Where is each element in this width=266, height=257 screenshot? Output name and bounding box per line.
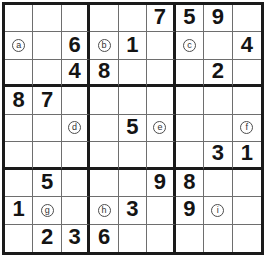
cell-r4c4[interactable] <box>90 87 118 114</box>
cell-r5c4[interactable] <box>90 115 118 142</box>
cell-r9c5[interactable] <box>119 225 147 252</box>
cell-r3c9[interactable] <box>233 60 261 87</box>
circled-letter-i: i <box>211 204 224 217</box>
cell-r5c5[interactable]: 5 <box>119 115 147 142</box>
cell-r4c8[interactable] <box>204 87 232 114</box>
cell-r3c2[interactable] <box>33 60 61 87</box>
cell-r3c7[interactable] <box>176 60 204 87</box>
given-digit: 5 <box>183 6 195 28</box>
cell-r8c5[interactable]: 3 <box>119 197 147 224</box>
cell-r6c2[interactable] <box>33 142 61 169</box>
cell-r5c6[interactable]: e <box>147 115 175 142</box>
cell-r2c7[interactable]: c <box>176 32 204 59</box>
given-digit: 5 <box>41 171 53 193</box>
cell-r3c8[interactable]: 2 <box>204 60 232 87</box>
cell-r3c1[interactable] <box>5 60 33 87</box>
given-digit: 1 <box>241 142 253 164</box>
given-digit: 2 <box>41 226 53 248</box>
circled-letter-g: g <box>41 204 54 217</box>
cell-r4c6[interactable] <box>147 87 175 114</box>
cell-r9c4[interactable]: 6 <box>90 225 118 252</box>
cell-r5c8[interactable] <box>204 115 232 142</box>
cell-r6c6[interactable] <box>147 142 175 169</box>
cell-r8c4[interactable]: h <box>90 197 118 224</box>
cell-r8c8[interactable]: i <box>204 197 232 224</box>
cell-r5c1[interactable] <box>5 115 33 142</box>
cell-r6c9[interactable]: 1 <box>233 142 261 169</box>
cell-r6c4[interactable] <box>90 142 118 169</box>
cell-r4c2[interactable]: 7 <box>33 87 61 114</box>
cell-r3c6[interactable] <box>147 60 175 87</box>
cell-r5c2[interactable] <box>33 115 61 142</box>
cell-r2c8[interactable] <box>204 32 232 59</box>
cell-r8c6[interactable] <box>147 197 175 224</box>
cell-r3c3[interactable]: 4 <box>62 60 90 87</box>
cell-r9c1[interactable] <box>5 225 33 252</box>
cell-r1c7[interactable]: 5 <box>176 5 204 32</box>
given-digit: 6 <box>98 226 110 248</box>
cell-r7c8[interactable] <box>204 170 232 197</box>
cell-r2c2[interactable] <box>33 32 61 59</box>
given-digit: 5 <box>126 116 138 138</box>
given-digit: 6 <box>68 34 80 56</box>
cell-r3c5[interactable] <box>119 60 147 87</box>
cell-r9c8[interactable] <box>204 225 232 252</box>
circled-letter-h: h <box>98 204 111 217</box>
cell-r7c3[interactable] <box>62 170 90 197</box>
cell-r5c9[interactable]: f <box>233 115 261 142</box>
cell-r8c9[interactable] <box>233 197 261 224</box>
cell-r9c9[interactable] <box>233 225 261 252</box>
cell-r9c7[interactable] <box>176 225 204 252</box>
cell-r1c5[interactable] <box>119 5 147 32</box>
given-digit: 1 <box>126 34 138 56</box>
given-digit: 8 <box>183 171 195 193</box>
cell-r1c9[interactable] <box>233 5 261 32</box>
cell-r4c7[interactable] <box>176 87 204 114</box>
cell-r2c9[interactable]: 4 <box>233 32 261 59</box>
cell-r1c2[interactable] <box>33 5 61 32</box>
given-digit: 4 <box>241 34 253 56</box>
cell-r9c6[interactable] <box>147 225 175 252</box>
cell-r7c9[interactable] <box>233 170 261 197</box>
cell-r1c1[interactable] <box>5 5 33 32</box>
sudoku-page: 759a6b1c448287d5ef315981gh39i236 <box>0 0 266 257</box>
cell-r4c3[interactable] <box>62 87 90 114</box>
cell-r8c7[interactable]: 9 <box>176 197 204 224</box>
cell-r7c1[interactable] <box>5 170 33 197</box>
given-digit: 8 <box>13 89 25 111</box>
given-digit: 4 <box>68 60 80 82</box>
cell-r4c9[interactable] <box>233 87 261 114</box>
given-digit: 3 <box>68 226 80 248</box>
cell-r2c4[interactable]: b <box>90 32 118 59</box>
circled-letter-e: e <box>153 121 166 134</box>
given-digit: 7 <box>41 89 53 111</box>
cell-r7c2[interactable]: 5 <box>33 170 61 197</box>
cell-r6c3[interactable] <box>62 142 90 169</box>
cell-r5c3[interactable]: d <box>62 115 90 142</box>
cell-r6c7[interactable] <box>176 142 204 169</box>
cell-r7c4[interactable] <box>90 170 118 197</box>
given-digit: 7 <box>154 6 166 28</box>
cell-r8c1[interactable]: 1 <box>5 197 33 224</box>
cell-r6c1[interactable] <box>5 142 33 169</box>
cell-r1c4[interactable] <box>90 5 118 32</box>
given-digit: 9 <box>154 171 166 193</box>
cell-r7c6[interactable]: 9 <box>147 170 175 197</box>
cell-r5c7[interactable] <box>176 115 204 142</box>
cell-r2c5[interactable]: 1 <box>119 32 147 59</box>
given-digit: 9 <box>212 6 224 28</box>
given-digit: 3 <box>212 142 224 164</box>
circled-letter-a: a <box>12 39 25 52</box>
given-digit: 1 <box>13 198 25 220</box>
cell-r2c1[interactable]: a <box>5 32 33 59</box>
cell-r9c3[interactable]: 3 <box>62 225 90 252</box>
sudoku-board: 759a6b1c448287d5ef315981gh39i236 <box>2 2 264 255</box>
cell-r8c3[interactable] <box>62 197 90 224</box>
cell-r7c7[interactable]: 8 <box>176 170 204 197</box>
cell-r3c4[interactable]: 8 <box>90 60 118 87</box>
cell-r4c5[interactable] <box>119 87 147 114</box>
given-digit: 3 <box>126 198 138 220</box>
cell-r2c6[interactable] <box>147 32 175 59</box>
given-digit: 9 <box>183 198 195 220</box>
cell-r1c8[interactable]: 9 <box>204 5 232 32</box>
given-digit: 8 <box>98 60 110 82</box>
cell-r4c1[interactable]: 8 <box>5 87 33 114</box>
cell-r2c3[interactable]: 6 <box>62 32 90 59</box>
circled-letter-f: f <box>240 121 253 134</box>
cell-r1c3[interactable] <box>62 5 90 32</box>
cell-r9c2[interactable]: 2 <box>33 225 61 252</box>
circled-letter-b: b <box>98 39 111 52</box>
circled-letter-d: d <box>68 121 81 134</box>
circled-letter-c: c <box>183 39 196 52</box>
cell-r1c6[interactable]: 7 <box>147 5 175 32</box>
cell-r8c2[interactable]: g <box>33 197 61 224</box>
given-digit: 2 <box>212 60 224 82</box>
cell-r7c5[interactable] <box>119 170 147 197</box>
cell-r6c5[interactable] <box>119 142 147 169</box>
cell-r6c8[interactable]: 3 <box>204 142 232 169</box>
